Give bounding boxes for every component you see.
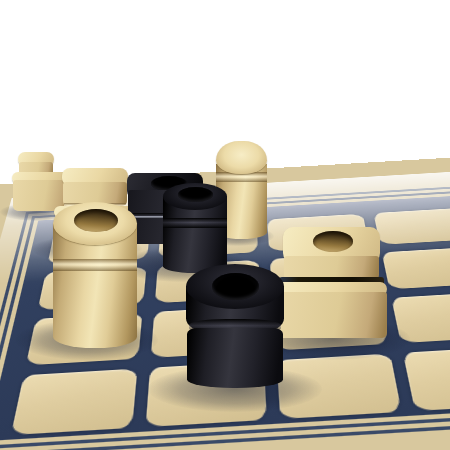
photo-stage xyxy=(0,0,450,450)
piece-groove xyxy=(163,218,227,228)
piece-light-round-hollow[interactable] xyxy=(53,202,137,348)
piece-hole xyxy=(74,209,118,232)
piece-dark-round-hollow-foreground[interactable] xyxy=(186,264,284,388)
piece-light-square-hollow[interactable] xyxy=(275,224,388,338)
piece-dark-round-hollow[interactable] xyxy=(163,183,227,273)
cell-r1c3[interactable] xyxy=(382,246,450,289)
piece-top-cap xyxy=(216,141,267,174)
piece-base-front xyxy=(276,292,387,338)
cell-r3c3[interactable] xyxy=(403,346,450,411)
piece-hole xyxy=(313,231,353,252)
piece-groove xyxy=(53,259,137,271)
piece-lower-body xyxy=(187,328,283,388)
piece-hole xyxy=(212,273,259,300)
piece-hole xyxy=(178,187,213,202)
cell-r3c0[interactable] xyxy=(11,369,138,436)
